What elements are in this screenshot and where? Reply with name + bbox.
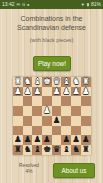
black-knight: ♞ — [72, 145, 80, 155]
square-h8[interactable]: ♜ — [13, 145, 23, 155]
square-g5[interactable] — [23, 116, 33, 126]
battery-percent: 81% — [91, 0, 101, 9]
white-pawn: ♟ — [43, 106, 51, 116]
square-a4[interactable] — [81, 106, 91, 116]
square-f2[interactable]: ♟ — [32, 87, 42, 97]
page-subtitle: (with black pieces) — [6, 37, 97, 43]
white-pawn: ♟ — [53, 87, 61, 97]
square-a5[interactable] — [81, 116, 91, 126]
google-icon: G — [22, 0, 25, 9]
clock-time: 13:42 — [2, 0, 15, 9]
square-d6[interactable] — [52, 126, 62, 136]
square-f4[interactable] — [32, 106, 42, 116]
square-h4[interactable] — [13, 106, 23, 116]
black-queen: ♛ — [53, 145, 61, 155]
square-c5[interactable] — [61, 116, 71, 126]
page-title: Combinations in the Scandinavian defense — [6, 15, 97, 33]
square-b3[interactable] — [71, 96, 81, 106]
square-d5[interactable]: ♟ — [52, 116, 62, 126]
square-d8[interactable]: ♛ — [52, 145, 62, 155]
square-b5[interactable] — [71, 116, 81, 126]
square-e8[interactable]: ♚ — [42, 145, 52, 155]
black-rook: ♜ — [82, 145, 90, 155]
play-now-button[interactable]: Play now! — [33, 56, 71, 71]
status-right: ▼ ▮ 81% — [81, 0, 101, 9]
square-c3[interactable] — [61, 96, 71, 106]
black-bishop: ♝ — [33, 145, 41, 155]
black-rook: ♜ — [14, 145, 22, 155]
square-g4[interactable] — [23, 106, 33, 116]
white-pawn: ♟ — [62, 87, 70, 97]
square-c2[interactable]: ♟ — [61, 87, 71, 97]
square-e2[interactable] — [42, 87, 52, 97]
wifi-icon: ▼ — [81, 0, 85, 9]
square-e5[interactable] — [42, 116, 52, 126]
mail-icon: ✉ — [17, 0, 20, 9]
resolved-value: 4% — [13, 169, 45, 175]
square-d3[interactable] — [52, 96, 62, 106]
square-f8[interactable]: ♝ — [32, 145, 42, 155]
status-left: 13:42 ✉ G ● — [2, 0, 29, 9]
notification-icon: ● — [27, 0, 29, 9]
square-g8[interactable]: ♞ — [23, 145, 33, 155]
square-c4[interactable] — [61, 106, 71, 116]
square-f5[interactable] — [32, 116, 42, 126]
black-king: ♚ — [43, 145, 51, 155]
square-a8[interactable]: ♜ — [81, 145, 91, 155]
square-e1[interactable]: ♚ — [42, 77, 52, 87]
square-h5[interactable] — [13, 116, 23, 126]
square-c8[interactable]: ♝ — [61, 145, 71, 155]
square-a2[interactable]: ♟ — [81, 87, 91, 97]
chess-board[interactable]: ♜♞♝♚♛♝♞♜♟♟♟♟♟♟♟♟♟♟♟♟♟♟♟♟♜♞♝♚♛♝♞♜ — [13, 77, 91, 155]
status-bar: 13:42 ✉ G ● ▼ ▮ 81% — [0, 0, 103, 9]
square-e4[interactable]: ♟ — [42, 106, 52, 116]
white-pawn: ♟ — [82, 87, 90, 97]
white-pawn: ♟ — [14, 87, 22, 97]
white-king: ♚ — [43, 77, 51, 87]
square-b4[interactable] — [71, 106, 81, 116]
battery-icon: ▮ — [87, 0, 89, 9]
square-a3[interactable] — [81, 96, 91, 106]
square-d2[interactable]: ♟ — [52, 87, 62, 97]
square-b8[interactable]: ♞ — [71, 145, 81, 155]
white-pawn: ♟ — [24, 87, 32, 97]
resolved-stat: Resolved 4% — [13, 163, 45, 175]
square-g2[interactable]: ♟ — [23, 87, 33, 97]
square-g3[interactable] — [23, 96, 33, 106]
black-knight: ♞ — [24, 145, 32, 155]
square-b2[interactable]: ♟ — [71, 87, 81, 97]
square-h3[interactable] — [13, 96, 23, 106]
white-pawn: ♟ — [33, 87, 41, 97]
about-us-button[interactable]: About us — [53, 163, 95, 178]
white-pawn: ♟ — [72, 87, 80, 97]
black-bishop: ♝ — [62, 145, 70, 155]
app-screen: 13:42 ✉ G ● ▼ ▮ 81% Combinations in the … — [0, 0, 103, 183]
square-h2[interactable]: ♟ — [13, 87, 23, 97]
square-f3[interactable] — [32, 96, 42, 106]
black-pawn: ♟ — [53, 116, 61, 126]
